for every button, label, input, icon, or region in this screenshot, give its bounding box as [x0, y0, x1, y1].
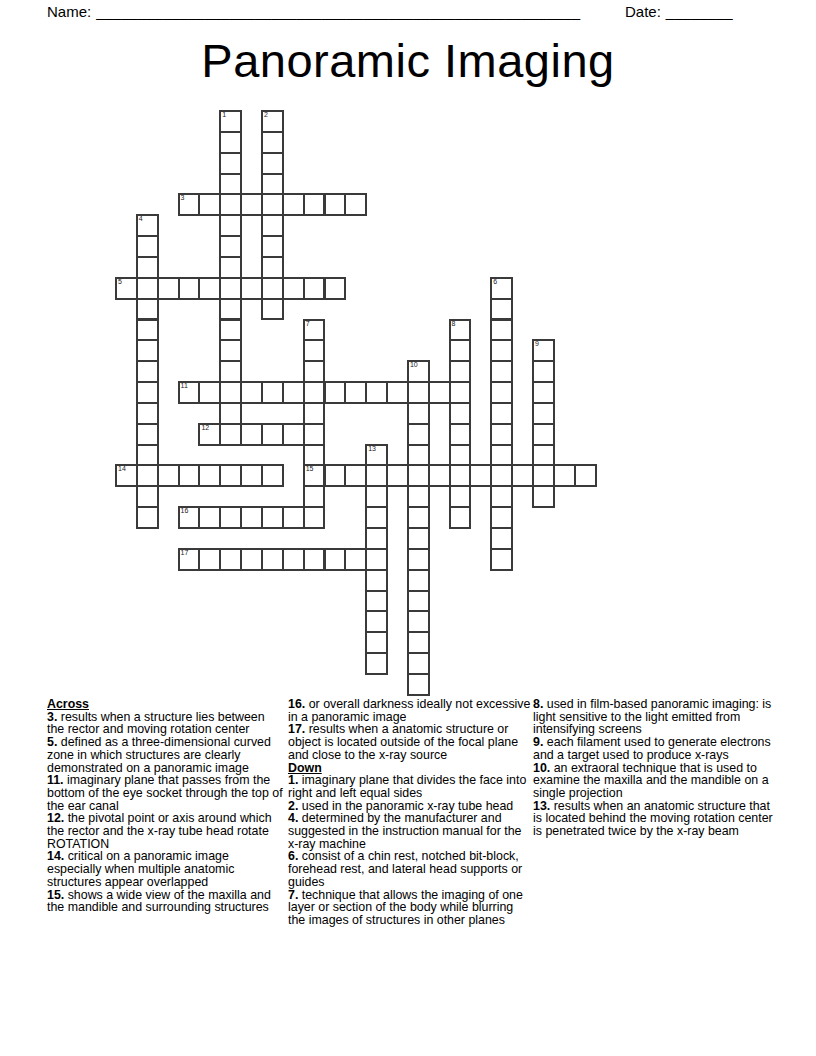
grid-cell[interactable]	[344, 193, 367, 216]
grid-cell[interactable]	[219, 298, 242, 321]
grid-cell[interactable]	[532, 464, 555, 487]
grid-cell[interactable]	[407, 381, 430, 404]
grid-cell[interactable]	[219, 339, 242, 362]
cell-number: 3	[181, 194, 185, 202]
grid-cell[interactable]	[219, 131, 242, 154]
cell-number: 11	[181, 382, 188, 390]
clue-number: 5.	[47, 735, 57, 749]
cell-number: 4	[139, 215, 143, 223]
grid-cell[interactable]	[490, 402, 513, 425]
grid-cell[interactable]	[198, 506, 221, 529]
grid-cell[interactable]	[449, 506, 472, 529]
grid-cell[interactable]	[198, 193, 221, 216]
grid-cell[interactable]	[261, 152, 284, 175]
grid-cell[interactable]	[490, 506, 513, 529]
grid-cell[interactable]: 7	[303, 319, 326, 342]
grid-cell[interactable]	[219, 235, 242, 258]
grid-cell[interactable]	[282, 423, 305, 446]
grid-cell[interactable]	[282, 381, 305, 404]
grid-cell[interactable]	[449, 402, 472, 425]
grid-cell[interactable]	[303, 339, 326, 362]
date-field-group: Date:________	[625, 3, 733, 21]
grid-cell[interactable]: 14	[115, 464, 138, 487]
cell-number: 8	[452, 320, 456, 328]
grid-cell[interactable]	[136, 423, 159, 446]
clue-column-2: 16. or overall darkness ideally not exce…	[288, 698, 531, 927]
clue-number: 6.	[288, 849, 298, 863]
grid-cell[interactable]	[490, 548, 513, 571]
cell-number: 9	[535, 340, 539, 348]
grid-cell[interactable]: 1	[219, 110, 242, 133]
clue-number: 11.	[47, 773, 64, 787]
name-label: Name:	[47, 3, 91, 20]
grid-cell[interactable]	[449, 464, 472, 487]
grid-cell[interactable]	[386, 381, 409, 404]
name-field-group: Name:___________________________________…	[47, 3, 580, 21]
grid-cell[interactable]	[219, 360, 242, 383]
grid-cell[interactable]	[219, 548, 242, 571]
grid-cell[interactable]	[157, 277, 180, 300]
grid-cell[interactable]	[490, 527, 513, 550]
clue-item: 15. shows a wide view of the maxilla and…	[47, 889, 285, 914]
grid-cell[interactable]: 17	[178, 548, 201, 571]
grid-cell[interactable]	[261, 193, 284, 216]
grid-cell[interactable]	[344, 464, 367, 487]
grid-cell[interactable]	[365, 569, 388, 592]
date-line[interactable]: ________	[666, 3, 733, 20]
grid-cell[interactable]	[490, 485, 513, 508]
grid-cell[interactable]	[490, 444, 513, 467]
grid-cell[interactable]	[219, 464, 242, 487]
grid-cell[interactable]	[532, 485, 555, 508]
clue-number: 10.	[533, 761, 550, 775]
grid-cell[interactable]	[449, 339, 472, 362]
crossword-grid: 1234567891011121314151617	[115, 110, 597, 696]
clue-list-header: Across	[47, 698, 285, 711]
grid-cell[interactable]	[407, 652, 430, 675]
grid-cell[interactable]	[365, 485, 388, 508]
grid-cell[interactable]	[261, 298, 284, 321]
grid-cell[interactable]	[532, 360, 555, 383]
grid-cell[interactable]	[449, 360, 472, 383]
grid-cell[interactable]	[407, 527, 430, 550]
clue-number: 15.	[47, 888, 64, 902]
grid-cell[interactable]	[532, 423, 555, 446]
grid-cell[interactable]	[490, 464, 513, 487]
grid-cell[interactable]	[219, 173, 242, 196]
clue-number: 4.	[288, 811, 298, 825]
grid-cell[interactable]	[449, 381, 472, 404]
clue-item: 8. used in film-based panoramic imaging:…	[533, 698, 778, 736]
grid-cell[interactable]	[365, 381, 388, 404]
grid-cell[interactable]	[449, 444, 472, 467]
cell-number: 10	[410, 361, 418, 369]
grid-cell[interactable]	[157, 464, 180, 487]
header-row: Name:___________________________________…	[0, 3, 816, 25]
grid-cell[interactable]	[511, 464, 534, 487]
grid-cell[interactable]	[136, 381, 159, 404]
name-line[interactable]: ________________________________________…	[96, 3, 580, 20]
clue-column-1: Across3. results when a structure lies b…	[47, 698, 285, 914]
grid-cell[interactable]	[469, 464, 492, 487]
grid-cell[interactable]	[282, 277, 305, 300]
clue-item: 7. technique that allows the imaging of …	[288, 889, 531, 927]
grid-cell[interactable]: 11	[178, 381, 201, 404]
grid-cell[interactable]	[136, 402, 159, 425]
grid-cell[interactable]	[303, 506, 326, 529]
grid-cell[interactable]	[490, 423, 513, 446]
grid-cell[interactable]	[324, 193, 347, 216]
grid-cell[interactable]	[449, 485, 472, 508]
grid-cell[interactable]	[261, 256, 284, 279]
grid-cell[interactable]	[136, 464, 159, 487]
grid-cell[interactable]	[303, 485, 326, 508]
grid-cell[interactable]	[136, 360, 159, 383]
grid-cell[interactable]	[365, 506, 388, 529]
grid-cell[interactable]	[261, 131, 284, 154]
grid-cell[interactable]	[365, 590, 388, 613]
grid-cell[interactable]	[407, 569, 430, 592]
grid-cell[interactable]	[261, 506, 284, 529]
grid-cell[interactable]	[219, 319, 242, 342]
grid-cell[interactable]	[407, 485, 430, 508]
grid-cell[interactable]	[261, 277, 284, 300]
grid-cell[interactable]	[198, 381, 221, 404]
grid-cell[interactable]	[219, 256, 242, 279]
grid-cell[interactable]	[365, 527, 388, 550]
clue-number: 16.	[288, 697, 305, 711]
cell-number: 7	[306, 320, 310, 328]
clue-item: 5. defined as a three-dimensional curved…	[47, 736, 285, 774]
date-label: Date:	[625, 3, 661, 20]
grid-cell[interactable]	[136, 235, 159, 258]
cell-number: 6	[493, 278, 497, 286]
grid-cell[interactable]	[282, 506, 305, 529]
clue-item: 4. determined by the manufacturer and su…	[288, 812, 531, 850]
grid-cell[interactable]	[240, 506, 263, 529]
clue-item: 10. an extraoral technique that is used …	[533, 762, 778, 800]
grid-cell[interactable]: 3	[178, 193, 201, 216]
cell-number: 1	[222, 111, 226, 119]
grid-cell[interactable]	[407, 631, 430, 654]
grid-cell[interactable]	[136, 506, 159, 529]
clue-number: 3.	[47, 710, 57, 724]
grid-cell[interactable]	[407, 590, 430, 613]
grid-cell[interactable]	[240, 193, 263, 216]
grid-cell[interactable]	[407, 610, 430, 633]
cell-number: 13	[368, 445, 376, 453]
clue-item: 6. consist of a chin rest, notched bit-b…	[288, 850, 531, 888]
grid-cell[interactable]	[303, 193, 326, 216]
cell-number: 14	[118, 465, 126, 473]
clue-item: 9. each filament used to generate electr…	[533, 736, 778, 761]
clue-column-3: 8. used in film-based panoramic imaging:…	[533, 698, 778, 838]
cell-number: 17	[181, 549, 189, 557]
grid-cell[interactable]	[303, 548, 326, 571]
grid-cell[interactable]	[303, 402, 326, 425]
grid-cell[interactable]	[407, 506, 430, 529]
grid-cell[interactable]	[303, 360, 326, 383]
grid-cell[interactable]	[136, 339, 159, 362]
grid-cell[interactable]	[178, 277, 201, 300]
grid-cell[interactable]	[407, 464, 430, 487]
grid-cell[interactable]	[261, 548, 284, 571]
clue-number: 17.	[288, 722, 305, 736]
grid-cell[interactable]	[532, 402, 555, 425]
grid-cell[interactable]	[198, 464, 221, 487]
grid-cell[interactable]	[136, 277, 159, 300]
grid-cell[interactable]	[240, 277, 263, 300]
grid-cell[interactable]	[136, 444, 159, 467]
grid-cell[interactable]	[219, 402, 242, 425]
grid-cell[interactable]	[136, 256, 159, 279]
clue-item: 17. results when a anatomic structure or…	[288, 723, 531, 761]
grid-cell[interactable]: 12	[198, 423, 221, 446]
grid-cell[interactable]	[261, 173, 284, 196]
cell-number: 16	[181, 507, 189, 515]
grid-cell[interactable]	[490, 360, 513, 383]
page-title: Panoramic Imaging	[0, 33, 816, 88]
grid-cell[interactable]	[490, 319, 513, 342]
grid-cell[interactable]	[407, 423, 430, 446]
clue-number: 9.	[533, 735, 543, 749]
grid-cell[interactable]	[219, 506, 242, 529]
grid-cell[interactable]	[136, 485, 159, 508]
grid-cell[interactable]	[261, 235, 284, 258]
grid-cell[interactable]	[490, 339, 513, 362]
grid-cell[interactable]	[240, 423, 263, 446]
grid-cell[interactable]	[407, 402, 430, 425]
grid-cell[interactable]	[219, 423, 242, 446]
grid-cell[interactable]: 16	[178, 506, 201, 529]
grid-cell[interactable]: 8	[449, 319, 472, 342]
clue-item: 12. the pivotal point or axis around whi…	[47, 812, 285, 850]
grid-cell[interactable]: 6	[490, 277, 513, 300]
cell-number: 12	[201, 424, 209, 432]
grid-cell[interactable]: 4	[136, 214, 159, 237]
grid-cell[interactable]: 13	[365, 444, 388, 467]
grid-cell[interactable]	[261, 381, 284, 404]
grid-cell[interactable]	[303, 277, 326, 300]
grid-cell[interactable]	[407, 444, 430, 467]
clue-item: 16. or overall darkness ideally not exce…	[288, 698, 531, 723]
grid-cell[interactable]	[324, 464, 347, 487]
grid-cell[interactable]	[365, 610, 388, 633]
grid-cell[interactable]	[240, 464, 263, 487]
grid-cell[interactable]	[365, 652, 388, 675]
grid-cell[interactable]	[219, 214, 242, 237]
grid-cell[interactable]	[407, 673, 430, 696]
clue-item: 13. results when an anatomic structure t…	[533, 800, 778, 838]
grid-cell[interactable]	[324, 548, 347, 571]
grid-cell[interactable]	[303, 444, 326, 467]
grid-cell[interactable]	[344, 548, 367, 571]
grid-cell[interactable]	[282, 193, 305, 216]
clue-number: 14.	[47, 849, 64, 863]
grid-cell[interactable]: 2	[261, 110, 284, 133]
grid-cell[interactable]	[240, 548, 263, 571]
clue-item: 14. critical on a panoramic image especi…	[47, 850, 285, 888]
clue-number: 7.	[288, 888, 298, 902]
clue-number: 8.	[533, 697, 543, 711]
clue-number: 1.	[288, 773, 298, 787]
grid-cell[interactable]	[365, 631, 388, 654]
grid-cell[interactable]	[344, 381, 367, 404]
grid-cell[interactable]	[428, 381, 451, 404]
grid-cell[interactable]	[219, 152, 242, 175]
clue-item: 11. imaginary plane that passes from the…	[47, 774, 285, 812]
grid-cell[interactable]	[282, 548, 305, 571]
grid-cell[interactable]: 5	[115, 277, 138, 300]
grid-cell[interactable]	[219, 277, 242, 300]
grid-cell[interactable]	[386, 464, 409, 487]
grid-cell[interactable]	[324, 381, 347, 404]
page: { "game": "crossword", "header": { "name…	[0, 0, 816, 1056]
grid-cell[interactable]	[219, 381, 242, 404]
grid-cell[interactable]: 15	[303, 464, 326, 487]
grid-cell[interactable]	[198, 548, 221, 571]
grid-cell[interactable]	[178, 464, 201, 487]
grid-cell[interactable]	[136, 319, 159, 342]
grid-cell[interactable]	[553, 464, 576, 487]
grid-cell[interactable]: 10	[407, 360, 430, 383]
grid-cell[interactable]	[449, 423, 472, 446]
grid-cell[interactable]	[198, 277, 221, 300]
clue-number: 13.	[533, 799, 550, 813]
grid-cell[interactable]	[261, 423, 284, 446]
grid-cell[interactable]	[490, 298, 513, 321]
grid-cell[interactable]	[365, 464, 388, 487]
grid-cell[interactable]	[240, 381, 263, 404]
grid-cell[interactable]	[261, 214, 284, 237]
clue-item: 1. imaginary plane that divides the face…	[288, 774, 531, 799]
grid-cell[interactable]	[365, 548, 388, 571]
grid-cell[interactable]	[532, 381, 555, 404]
grid-cell[interactable]	[407, 548, 430, 571]
grid-cell[interactable]	[261, 464, 284, 487]
cell-number: 5	[118, 278, 122, 286]
grid-cell[interactable]	[428, 464, 451, 487]
clue-item: 3. results when a structure lies between…	[47, 711, 285, 736]
grid-cell[interactable]	[324, 277, 347, 300]
grid-cell[interactable]	[490, 381, 513, 404]
clue-number: 12.	[47, 811, 64, 825]
grid-cell[interactable]	[303, 423, 326, 446]
cell-number: 2	[264, 111, 268, 119]
cell-number: 15	[306, 465, 314, 473]
grid-cell[interactable]	[574, 464, 597, 487]
grid-cell[interactable]	[303, 381, 326, 404]
grid-cell[interactable]	[136, 298, 159, 321]
grid-cell[interactable]: 9	[532, 339, 555, 362]
grid-cell[interactable]	[532, 444, 555, 467]
grid-cell[interactable]	[219, 193, 242, 216]
